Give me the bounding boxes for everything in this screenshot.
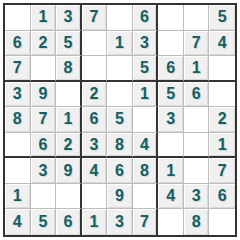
cell-r9c3: 6 (56, 209, 82, 235)
cell-r7c7: 1 (158, 158, 184, 184)
cell-r4c1: 3 (5, 82, 31, 108)
cell-r5c9: 2 (209, 107, 235, 133)
cell-r9c4: 1 (82, 209, 108, 235)
cell-r6c3: 2 (56, 133, 82, 159)
cell-r5c8[interactable] (184, 107, 210, 133)
cell-r2c8: 7 (184, 31, 210, 57)
cell-r5c5: 5 (107, 107, 133, 133)
cell-r7c2: 3 (31, 158, 57, 184)
cell-r3c8: 1 (184, 56, 210, 82)
cell-r2c6: 3 (133, 31, 159, 57)
cell-r8c2[interactable] (31, 184, 57, 210)
cell-r2c9: 4 (209, 31, 235, 57)
cell-r4c7: 5 (158, 82, 184, 108)
cell-r8c9: 6 (209, 184, 235, 210)
cell-r1c5[interactable] (107, 5, 133, 31)
cell-r1c1[interactable] (5, 5, 31, 31)
cell-r5c2: 7 (31, 107, 57, 133)
cell-r6c5: 8 (107, 133, 133, 159)
cell-r6c1[interactable] (5, 133, 31, 159)
cell-r6c2: 6 (31, 133, 57, 159)
cell-r2c7[interactable] (158, 31, 184, 57)
cell-r8c5: 9 (107, 184, 133, 210)
cell-r3c4[interactable] (82, 56, 108, 82)
cell-r3c3: 8 (56, 56, 82, 82)
cell-r8c4[interactable] (82, 184, 108, 210)
cell-r8c8: 3 (184, 184, 210, 210)
cell-r9c9[interactable] (209, 209, 235, 235)
cell-r9c6: 7 (133, 209, 159, 235)
cell-r5c7: 3 (158, 107, 184, 133)
cell-r2c5: 1 (107, 31, 133, 57)
cell-r9c8: 8 (184, 209, 210, 235)
cell-r1c3: 3 (56, 5, 82, 31)
cell-r9c7[interactable] (158, 209, 184, 235)
cell-r4c8: 6 (184, 82, 210, 108)
cell-r3c1: 7 (5, 56, 31, 82)
cell-r8c6[interactable] (133, 184, 159, 210)
cell-r3c7: 6 (158, 56, 184, 82)
cell-r2c4[interactable] (82, 31, 108, 57)
cell-r4c5[interactable] (107, 82, 133, 108)
cell-r1c6: 6 (133, 5, 159, 31)
cell-r7c6: 8 (133, 158, 159, 184)
cell-r6c6: 4 (133, 133, 159, 159)
cell-r3c5[interactable] (107, 56, 133, 82)
cell-r6c4: 3 (82, 133, 108, 159)
cell-r1c8[interactable] (184, 5, 210, 31)
cell-r4c3[interactable] (56, 82, 82, 108)
cell-r4c2: 9 (31, 82, 57, 108)
cell-r4c9[interactable] (209, 82, 235, 108)
cell-r2c3: 5 (56, 31, 82, 57)
cell-r8c1: 1 (5, 184, 31, 210)
cell-r9c5: 3 (107, 209, 133, 235)
cell-r7c1[interactable] (5, 158, 31, 184)
cell-r5c4: 6 (82, 107, 108, 133)
sudoku-page: 1376562513747856139215687165326238413946… (0, 0, 240, 240)
cell-r1c7[interactable] (158, 5, 184, 31)
cell-r3c6: 5 (133, 56, 159, 82)
cell-r7c5: 6 (107, 158, 133, 184)
cell-r6c7[interactable] (158, 133, 184, 159)
cell-r1c4: 7 (82, 5, 108, 31)
cell-r4c4: 2 (82, 82, 108, 108)
cell-r1c2: 1 (31, 5, 57, 31)
cell-r9c2: 5 (31, 209, 57, 235)
cell-r7c3: 9 (56, 158, 82, 184)
cell-r4c6: 1 (133, 82, 159, 108)
cell-r1c9: 5 (209, 5, 235, 31)
sudoku-board: 1376562513747856139215687165326238413946… (3, 3, 237, 237)
cell-r7c9: 7 (209, 158, 235, 184)
cell-r5c1: 8 (5, 107, 31, 133)
cell-r2c1: 6 (5, 31, 31, 57)
cell-r7c4: 4 (82, 158, 108, 184)
cell-r6c9: 1 (209, 133, 235, 159)
cell-r5c6[interactable] (133, 107, 159, 133)
cell-r8c3[interactable] (56, 184, 82, 210)
cell-r3c9[interactable] (209, 56, 235, 82)
cell-r7c8[interactable] (184, 158, 210, 184)
cell-r9c1: 4 (5, 209, 31, 235)
cell-r6c8[interactable] (184, 133, 210, 159)
cell-r2c2: 2 (31, 31, 57, 57)
cell-r3c2[interactable] (31, 56, 57, 82)
cell-r8c7: 4 (158, 184, 184, 210)
cell-r5c3: 1 (56, 107, 82, 133)
